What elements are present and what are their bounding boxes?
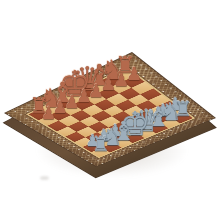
background-smudge [40, 176, 49, 180]
piece-silver-rook-h1[interactable]: ♜ [92, 134, 110, 154]
pieces-layer: ♜♞♝♛♚♝♞♜♟♟♟♟♟♟♟♟♟♟♟♟♟♟♟♟♜♞♝♛♚♝♞♜ [0, 0, 222, 222]
scene: ♜♞♝♛♚♝♞♜♟♟♟♟♟♟♟♟♟♟♟♟♟♟♟♟♜♞♝♛♚♝♞♜ [0, 0, 222, 222]
piece-copper-pawn-h7[interactable]: ♟ [41, 105, 56, 122]
